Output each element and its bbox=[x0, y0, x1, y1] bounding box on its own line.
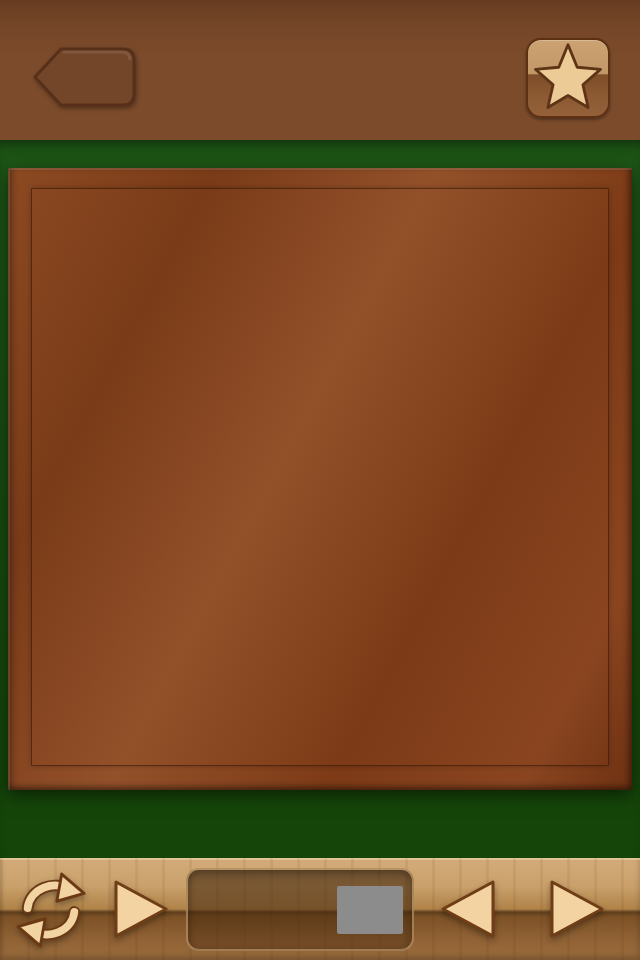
top-bar bbox=[0, 0, 640, 140]
play-button[interactable] bbox=[114, 880, 168, 941]
step-forward-button[interactable] bbox=[550, 880, 604, 941]
step-back-icon bbox=[441, 880, 495, 938]
table-felt bbox=[0, 140, 640, 858]
back-button-label bbox=[56, 46, 134, 108]
favorite-star-button[interactable] bbox=[526, 38, 610, 118]
flip-board-icon bbox=[16, 868, 86, 952]
player-row-white bbox=[164, 49, 502, 82]
player-row-black bbox=[164, 82, 502, 115]
flip-board-button[interactable] bbox=[16, 868, 86, 955]
move-display-panel[interactable] bbox=[186, 868, 414, 951]
board-grid bbox=[32, 189, 608, 765]
chess-board bbox=[8, 168, 632, 790]
back-button[interactable] bbox=[30, 46, 138, 112]
step-back-button[interactable] bbox=[441, 880, 495, 941]
star-icon bbox=[528, 40, 608, 116]
chess-app-screen bbox=[0, 0, 640, 960]
play-icon bbox=[114, 880, 168, 938]
current-move-chip bbox=[337, 886, 403, 934]
player-info bbox=[164, 49, 502, 115]
bottom-toolbar bbox=[0, 858, 640, 960]
step-forward-icon bbox=[550, 880, 604, 938]
